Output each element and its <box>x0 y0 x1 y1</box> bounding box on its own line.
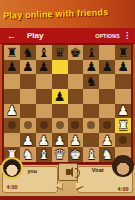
square-e5[interactable] <box>68 89 84 104</box>
white-knight-icon: ♞ <box>22 148 34 161</box>
square-h8[interactable]: ♜ <box>115 45 131 60</box>
next-move-button[interactable]: ▶ <box>76 181 83 190</box>
square-f5[interactable] <box>83 89 99 104</box>
back-arrow-icon[interactable]: ← <box>7 31 16 41</box>
square-e3[interactable] <box>68 118 84 133</box>
app-bar: ← Play OPTIONS ⋮ <box>0 28 135 43</box>
white-bishop-icon: ♝ <box>38 148 50 161</box>
square-d2[interactable]: ♟ <box>52 133 68 148</box>
black-bishop-icon: ♝ <box>38 46 50 59</box>
white-pawn-icon: ♟ <box>54 134 66 147</box>
options-button[interactable]: OPTIONS <box>95 33 120 38</box>
square-b1[interactable]: ♞ <box>20 147 36 162</box>
square-d3[interactable] <box>52 118 68 133</box>
white-pawn-icon: ♟ <box>70 134 82 147</box>
sound-button[interactable] <box>58 163 78 181</box>
square-f7[interactable]: ♟ <box>83 60 99 75</box>
legal-move-dot[interactable] <box>87 121 95 129</box>
square-g8[interactable] <box>99 45 115 60</box>
square-a5[interactable] <box>4 89 20 104</box>
square-d6[interactable] <box>52 74 68 89</box>
black-pawn-icon: ♟ <box>22 60 34 73</box>
ad-banner[interactable]: Play online with friends <box>0 0 135 28</box>
legal-move-dot[interactable] <box>103 121 111 129</box>
square-f4[interactable] <box>83 104 99 119</box>
square-c4[interactable] <box>36 104 52 119</box>
white-knight-icon: ♞ <box>101 148 113 161</box>
black-knight-icon: ♞ <box>85 75 97 88</box>
square-e1[interactable]: ♚ <box>68 147 84 162</box>
square-d8[interactable]: ♛ <box>52 45 68 60</box>
prev-move-button[interactable]: ◀ <box>55 181 62 190</box>
square-d4[interactable] <box>52 104 68 119</box>
square-c1[interactable]: ♝ <box>36 147 52 162</box>
square-b6[interactable] <box>20 74 36 89</box>
black-pawn-icon: ♟ <box>54 90 66 103</box>
square-b8[interactable]: ♞ <box>20 45 36 60</box>
square-e6[interactable] <box>68 74 84 89</box>
square-h5[interactable] <box>115 89 131 104</box>
chess-app: Play online with friends ← Play OPTIONS … <box>0 0 135 200</box>
square-f3[interactable] <box>83 118 99 133</box>
square-c3[interactable] <box>36 118 52 133</box>
white-pawn-icon: ♟ <box>117 104 129 117</box>
square-b5[interactable] <box>20 89 36 104</box>
square-c7[interactable]: ♟ <box>36 60 52 75</box>
square-f1[interactable]: ♝ <box>83 147 99 162</box>
black-pawn-icon: ♟ <box>101 60 113 73</box>
chess-board: ♜♞♝♛♚♝♜♟♟♟♟♟♟♞♟♟♟♜♟♟♟♟♟♜♞♝♛♚♝♞ <box>4 45 131 162</box>
square-f8[interactable]: ♝ <box>83 45 99 60</box>
square-f6[interactable]: ♞ <box>83 74 99 89</box>
black-king-icon: ♚ <box>70 46 82 59</box>
square-a4[interactable]: ♟ <box>4 104 20 119</box>
black-pawn-icon: ♟ <box>38 60 50 73</box>
ad-banner-text: Play online with friends <box>0 7 108 21</box>
square-e8[interactable]: ♚ <box>68 45 84 60</box>
square-c6[interactable] <box>36 74 52 89</box>
board-frame: ♜♞♝♛♚♝♜♟♟♟♟♟♟♞♟♟♟♜♟♟♟♟♟♜♞♝♛♚♝♞ <box>2 43 133 164</box>
square-g7[interactable]: ♟ <box>99 60 115 75</box>
page-title: Play <box>27 31 43 40</box>
black-rook-icon: ♜ <box>117 46 129 59</box>
right-player-clock: 4:00 <box>118 186 129 191</box>
square-g4[interactable] <box>99 104 115 119</box>
speaker-icon <box>66 169 70 175</box>
white-king-icon: ♚ <box>70 148 82 161</box>
white-queen-icon: ♛ <box>54 148 66 161</box>
white-bishop-icon: ♝ <box>85 148 97 161</box>
square-e4[interactable] <box>68 104 84 119</box>
white-pawn-icon: ♟ <box>38 134 50 147</box>
square-b2[interactable]: ♟ <box>20 133 36 148</box>
left-player-clock: 4:00 <box>7 184 18 189</box>
square-b4[interactable] <box>20 104 36 119</box>
square-d7[interactable] <box>52 60 68 75</box>
overflow-menu-icon[interactable]: ⋮ <box>123 31 131 40</box>
square-a8[interactable]: ♜ <box>4 45 20 60</box>
legal-move-dot[interactable] <box>119 136 127 144</box>
legal-move-dot[interactable] <box>8 121 16 129</box>
square-h2[interactable] <box>115 133 131 148</box>
square-b7[interactable]: ♟ <box>20 60 36 75</box>
left-player-avatar[interactable] <box>1 157 23 179</box>
square-d5[interactable]: ♟ <box>52 89 68 104</box>
legal-move-dot[interactable] <box>40 121 48 129</box>
move-navigation: ◀ ▶ <box>55 181 83 190</box>
right-player-name: Virat <box>92 167 104 172</box>
square-b3[interactable] <box>20 118 36 133</box>
square-a2[interactable] <box>4 133 20 148</box>
black-pawn-icon: ♟ <box>85 60 97 73</box>
square-c2[interactable]: ♟ <box>36 133 52 148</box>
square-f2[interactable] <box>83 133 99 148</box>
legal-move-dot[interactable] <box>56 121 64 129</box>
square-a6[interactable] <box>4 74 20 89</box>
square-h7[interactable]: ♟ <box>115 60 131 75</box>
black-pawn-icon: ♟ <box>117 60 129 73</box>
square-e2[interactable]: ♟ <box>68 133 84 148</box>
white-rook-icon: ♜ <box>117 119 129 132</box>
black-knight-icon: ♞ <box>22 46 34 59</box>
black-bishop-icon: ♝ <box>85 46 97 59</box>
square-a7[interactable]: ♟ <box>4 60 20 75</box>
right-player-avatar[interactable] <box>112 155 134 177</box>
bottom-strip <box>0 196 135 200</box>
black-rook-icon: ♜ <box>6 46 18 59</box>
square-g2[interactable]: ♟ <box>99 133 115 148</box>
white-pawn-icon: ♟ <box>101 134 113 147</box>
square-e7[interactable] <box>68 60 84 75</box>
square-g6[interactable] <box>99 74 115 89</box>
square-a3[interactable] <box>4 118 20 133</box>
white-pawn-icon: ♟ <box>22 134 34 147</box>
black-pawn-icon: ♟ <box>6 60 18 73</box>
square-c8[interactable]: ♝ <box>36 45 52 60</box>
square-g3[interactable] <box>99 118 115 133</box>
square-g5[interactable] <box>99 89 115 104</box>
black-queen-icon: ♛ <box>54 46 66 59</box>
square-d1[interactable]: ♛ <box>52 147 68 162</box>
square-h6[interactable] <box>115 74 131 89</box>
white-pawn-icon: ♟ <box>6 104 18 117</box>
square-c5[interactable] <box>36 89 52 104</box>
square-h4[interactable]: ♟ <box>115 104 131 119</box>
legal-move-dot[interactable] <box>71 121 79 129</box>
legal-move-dot[interactable] <box>24 121 32 129</box>
square-h3[interactable]: ♜ <box>115 118 131 133</box>
left-player-name: you <box>28 168 38 173</box>
